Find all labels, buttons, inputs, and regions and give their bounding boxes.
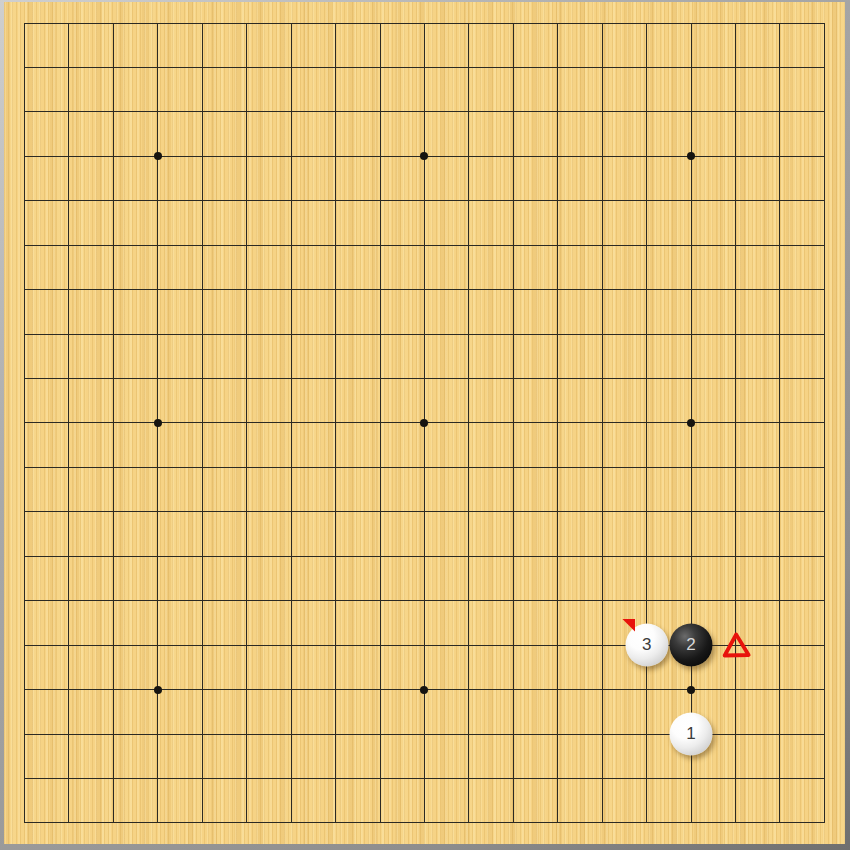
intersection[interactable]: [269, 445, 313, 489]
intersection[interactable]: [91, 401, 135, 445]
intersection[interactable]: [447, 445, 491, 489]
intersection[interactable]: [91, 667, 135, 711]
intersection[interactable]: [536, 712, 580, 756]
intersection[interactable]: [491, 490, 535, 534]
intersection[interactable]: [313, 578, 357, 622]
intersection[interactable]: [669, 667, 713, 711]
intersection[interactable]: [2, 490, 46, 534]
intersection[interactable]: [802, 45, 846, 89]
intersection[interactable]: [669, 1, 713, 45]
intersection[interactable]: [491, 90, 535, 134]
intersection[interactable]: [491, 623, 535, 667]
intersection[interactable]: [47, 490, 91, 534]
intersection[interactable]: [758, 134, 802, 178]
intersection[interactable]: [580, 312, 624, 356]
intersection[interactable]: [713, 267, 757, 311]
intersection[interactable]: [447, 223, 491, 267]
intersection[interactable]: [536, 623, 580, 667]
intersection[interactable]: [136, 45, 180, 89]
intersection[interactable]: [269, 623, 313, 667]
intersection[interactable]: [491, 712, 535, 756]
intersection[interactable]: [669, 756, 713, 800]
intersection[interactable]: [624, 445, 668, 489]
intersection[interactable]: [136, 445, 180, 489]
intersection[interactable]: [2, 223, 46, 267]
intersection[interactable]: [91, 578, 135, 622]
intersection[interactable]: [669, 267, 713, 311]
intersection[interactable]: [358, 401, 402, 445]
intersection[interactable]: [402, 1, 446, 45]
intersection[interactable]: [136, 223, 180, 267]
intersection[interactable]: [47, 267, 91, 311]
intersection[interactable]: [802, 312, 846, 356]
intersection[interactable]: [536, 356, 580, 400]
intersection[interactable]: [313, 445, 357, 489]
intersection[interactable]: [447, 667, 491, 711]
intersection[interactable]: [624, 578, 668, 622]
intersection[interactable]: [402, 223, 446, 267]
intersection[interactable]: [402, 90, 446, 134]
intersection[interactable]: [491, 445, 535, 489]
intersection[interactable]: [358, 312, 402, 356]
intersection[interactable]: [758, 490, 802, 534]
intersection[interactable]: [313, 134, 357, 178]
intersection[interactable]: [2, 667, 46, 711]
intersection[interactable]: [313, 223, 357, 267]
intersection[interactable]: [536, 90, 580, 134]
intersection[interactable]: [713, 578, 757, 622]
intersection[interactable]: [802, 356, 846, 400]
intersection[interactable]: [758, 623, 802, 667]
intersection[interactable]: [713, 667, 757, 711]
intersection[interactable]: [802, 267, 846, 311]
intersection[interactable]: [580, 223, 624, 267]
intersection[interactable]: [313, 179, 357, 223]
intersection[interactable]: [47, 756, 91, 800]
intersection[interactable]: [402, 267, 446, 311]
intersection[interactable]: [758, 45, 802, 89]
intersection[interactable]: [224, 90, 268, 134]
intersection[interactable]: [47, 134, 91, 178]
intersection[interactable]: [269, 45, 313, 89]
intersection[interactable]: [491, 356, 535, 400]
intersection[interactable]: [180, 490, 224, 534]
intersection[interactable]: [447, 179, 491, 223]
intersection[interactable]: [802, 623, 846, 667]
intersection[interactable]: [224, 356, 268, 400]
intersection[interactable]: [713, 534, 757, 578]
intersection[interactable]: [536, 534, 580, 578]
intersection[interactable]: [402, 312, 446, 356]
intersection[interactable]: [580, 712, 624, 756]
intersection[interactable]: [580, 445, 624, 489]
intersection[interactable]: [224, 801, 268, 845]
intersection[interactable]: [802, 401, 846, 445]
intersection[interactable]: [91, 90, 135, 134]
intersection[interactable]: [180, 801, 224, 845]
intersection[interactable]: [269, 490, 313, 534]
intersection[interactable]: [47, 534, 91, 578]
intersection[interactable]: [47, 223, 91, 267]
intersection[interactable]: [313, 1, 357, 45]
intersection[interactable]: [224, 1, 268, 45]
intersection[interactable]: [47, 401, 91, 445]
intersection[interactable]: [447, 534, 491, 578]
intersection[interactable]: [802, 90, 846, 134]
intersection[interactable]: [491, 179, 535, 223]
intersection[interactable]: [180, 134, 224, 178]
intersection[interactable]: [491, 134, 535, 178]
intersection[interactable]: [224, 312, 268, 356]
intersection[interactable]: [180, 312, 224, 356]
intersection[interactable]: [136, 90, 180, 134]
intersection[interactable]: [91, 134, 135, 178]
intersection[interactable]: [669, 90, 713, 134]
intersection[interactable]: [624, 401, 668, 445]
intersection[interactable]: [447, 712, 491, 756]
intersection[interactable]: [2, 712, 46, 756]
intersection[interactable]: [669, 134, 713, 178]
intersection[interactable]: [447, 45, 491, 89]
intersection[interactable]: [447, 490, 491, 534]
intersection[interactable]: [491, 578, 535, 622]
intersection[interactable]: [224, 179, 268, 223]
intersection[interactable]: [802, 534, 846, 578]
intersection[interactable]: [669, 223, 713, 267]
intersection[interactable]: [536, 445, 580, 489]
intersection[interactable]: [758, 1, 802, 45]
intersection[interactable]: [2, 356, 46, 400]
intersection[interactable]: [713, 801, 757, 845]
intersection[interactable]: [758, 712, 802, 756]
intersection[interactable]: [136, 179, 180, 223]
intersection[interactable]: [2, 623, 46, 667]
intersection[interactable]: [447, 756, 491, 800]
intersection[interactable]: [669, 356, 713, 400]
intersection[interactable]: [536, 667, 580, 711]
intersection[interactable]: [669, 578, 713, 622]
intersection[interactable]: [47, 45, 91, 89]
intersection[interactable]: [2, 45, 46, 89]
intersection[interactable]: [447, 801, 491, 845]
intersection[interactable]: 3: [624, 623, 668, 667]
intersection[interactable]: [624, 667, 668, 711]
intersection[interactable]: [713, 712, 757, 756]
intersection[interactable]: [180, 756, 224, 800]
intersection[interactable]: [447, 356, 491, 400]
intersection[interactable]: [713, 490, 757, 534]
intersection[interactable]: [758, 90, 802, 134]
intersection[interactable]: [136, 134, 180, 178]
intersection[interactable]: [47, 578, 91, 622]
intersection[interactable]: [313, 90, 357, 134]
intersection[interactable]: [224, 534, 268, 578]
intersection[interactable]: [269, 578, 313, 622]
intersection[interactable]: [269, 267, 313, 311]
intersection[interactable]: [358, 134, 402, 178]
intersection[interactable]: [758, 667, 802, 711]
intersection[interactable]: [358, 179, 402, 223]
intersection[interactable]: [536, 1, 580, 45]
intersection[interactable]: [536, 801, 580, 845]
intersection[interactable]: [624, 267, 668, 311]
intersection[interactable]: [224, 623, 268, 667]
intersection[interactable]: [624, 90, 668, 134]
intersection[interactable]: [91, 490, 135, 534]
intersection[interactable]: [358, 90, 402, 134]
intersection[interactable]: [313, 45, 357, 89]
intersection[interactable]: [758, 267, 802, 311]
intersection[interactable]: [447, 90, 491, 134]
intersection[interactable]: [136, 667, 180, 711]
intersection[interactable]: [136, 1, 180, 45]
intersection[interactable]: [47, 623, 91, 667]
intersection[interactable]: [402, 179, 446, 223]
intersection[interactable]: [713, 756, 757, 800]
intersection[interactable]: [536, 490, 580, 534]
intersection[interactable]: [580, 90, 624, 134]
intersection[interactable]: [624, 756, 668, 800]
intersection[interactable]: [758, 312, 802, 356]
intersection[interactable]: [758, 756, 802, 800]
intersection[interactable]: [47, 90, 91, 134]
intersection[interactable]: [47, 712, 91, 756]
intersection[interactable]: [2, 90, 46, 134]
intersection[interactable]: [580, 756, 624, 800]
intersection[interactable]: [313, 312, 357, 356]
intersection[interactable]: [269, 756, 313, 800]
intersection[interactable]: [491, 1, 535, 45]
intersection[interactable]: [580, 801, 624, 845]
intersection[interactable]: [91, 445, 135, 489]
intersection[interactable]: [580, 356, 624, 400]
intersection[interactable]: [47, 1, 91, 45]
intersection[interactable]: [758, 801, 802, 845]
intersection[interactable]: [91, 267, 135, 311]
intersection[interactable]: [713, 356, 757, 400]
intersection[interactable]: [313, 756, 357, 800]
intersection[interactable]: [358, 534, 402, 578]
intersection[interactable]: [136, 490, 180, 534]
intersection[interactable]: [624, 179, 668, 223]
intersection[interactable]: [47, 667, 91, 711]
intersection[interactable]: [713, 1, 757, 45]
intersection[interactable]: [713, 179, 757, 223]
intersection[interactable]: [269, 801, 313, 845]
intersection[interactable]: [136, 267, 180, 311]
intersection[interactable]: [269, 712, 313, 756]
intersection[interactable]: [758, 223, 802, 267]
intersection[interactable]: [224, 445, 268, 489]
intersection[interactable]: [580, 578, 624, 622]
intersection[interactable]: [802, 578, 846, 622]
intersection[interactable]: [91, 312, 135, 356]
intersection[interactable]: [802, 223, 846, 267]
intersection[interactable]: [402, 801, 446, 845]
intersection[interactable]: [802, 801, 846, 845]
intersection[interactable]: [580, 45, 624, 89]
intersection[interactable]: [447, 134, 491, 178]
intersection[interactable]: [47, 179, 91, 223]
intersection[interactable]: [224, 401, 268, 445]
intersection[interactable]: [2, 801, 46, 845]
intersection[interactable]: [136, 712, 180, 756]
intersection[interactable]: [669, 179, 713, 223]
intersection[interactable]: [802, 1, 846, 45]
intersection[interactable]: [758, 179, 802, 223]
intersection[interactable]: [2, 578, 46, 622]
intersection[interactable]: [313, 712, 357, 756]
intersection[interactable]: [624, 801, 668, 845]
intersection[interactable]: [536, 223, 580, 267]
intersection[interactable]: [491, 667, 535, 711]
intersection[interactable]: [402, 534, 446, 578]
intersection[interactable]: [580, 134, 624, 178]
intersection[interactable]: [713, 90, 757, 134]
intersection[interactable]: [758, 356, 802, 400]
intersection[interactable]: [180, 223, 224, 267]
intersection[interactable]: [447, 401, 491, 445]
intersection[interactable]: [91, 1, 135, 45]
intersection[interactable]: [224, 267, 268, 311]
intersection[interactable]: [624, 712, 668, 756]
intersection[interactable]: [802, 445, 846, 489]
intersection[interactable]: [47, 801, 91, 845]
intersection[interactable]: 2: [669, 623, 713, 667]
intersection[interactable]: [669, 312, 713, 356]
intersection[interactable]: [136, 356, 180, 400]
intersection[interactable]: [447, 312, 491, 356]
intersection[interactable]: [624, 490, 668, 534]
intersection[interactable]: [402, 712, 446, 756]
intersection[interactable]: [91, 801, 135, 845]
intersection[interactable]: [358, 45, 402, 89]
intersection[interactable]: [580, 667, 624, 711]
intersection[interactable]: [136, 534, 180, 578]
intersection[interactable]: [491, 801, 535, 845]
intersection[interactable]: [713, 445, 757, 489]
intersection[interactable]: [402, 490, 446, 534]
intersection[interactable]: [91, 756, 135, 800]
intersection[interactable]: [447, 267, 491, 311]
intersection[interactable]: [447, 1, 491, 45]
intersection[interactable]: [358, 490, 402, 534]
intersection[interactable]: [224, 490, 268, 534]
intersection[interactable]: [91, 356, 135, 400]
intersection[interactable]: [758, 401, 802, 445]
intersection[interactable]: [802, 667, 846, 711]
intersection[interactable]: [802, 179, 846, 223]
intersection[interactable]: [91, 712, 135, 756]
intersection[interactable]: [269, 223, 313, 267]
intersection[interactable]: [402, 756, 446, 800]
intersection[interactable]: [447, 623, 491, 667]
intersection[interactable]: [536, 578, 580, 622]
intersection[interactable]: [91, 623, 135, 667]
intersection[interactable]: [313, 801, 357, 845]
intersection[interactable]: [536, 45, 580, 89]
intersection[interactable]: [136, 401, 180, 445]
intersection[interactable]: [713, 401, 757, 445]
intersection[interactable]: [2, 445, 46, 489]
intersection[interactable]: [713, 223, 757, 267]
intersection[interactable]: [224, 712, 268, 756]
intersection[interactable]: [713, 312, 757, 356]
intersection[interactable]: [580, 267, 624, 311]
intersection[interactable]: [91, 179, 135, 223]
intersection[interactable]: [802, 134, 846, 178]
intersection[interactable]: [358, 356, 402, 400]
intersection[interactable]: [180, 356, 224, 400]
intersection[interactable]: [2, 267, 46, 311]
intersection[interactable]: [269, 312, 313, 356]
intersection[interactable]: [313, 356, 357, 400]
intersection[interactable]: [402, 623, 446, 667]
intersection[interactable]: [180, 267, 224, 311]
intersection[interactable]: [136, 623, 180, 667]
intersection[interactable]: [713, 623, 757, 667]
intersection[interactable]: [269, 534, 313, 578]
intersection[interactable]: [2, 401, 46, 445]
intersection[interactable]: [491, 756, 535, 800]
intersection[interactable]: [624, 1, 668, 45]
intersection[interactable]: 1: [669, 712, 713, 756]
intersection[interactable]: [669, 534, 713, 578]
intersection[interactable]: [47, 356, 91, 400]
intersection[interactable]: [269, 401, 313, 445]
intersection[interactable]: [758, 534, 802, 578]
intersection[interactable]: [136, 801, 180, 845]
intersection[interactable]: [447, 578, 491, 622]
intersection[interactable]: [713, 134, 757, 178]
intersection[interactable]: [358, 1, 402, 45]
intersection[interactable]: [224, 134, 268, 178]
intersection[interactable]: [669, 445, 713, 489]
intersection[interactable]: [402, 667, 446, 711]
intersection[interactable]: [624, 45, 668, 89]
intersection[interactable]: [669, 490, 713, 534]
intersection[interactable]: [491, 223, 535, 267]
intersection[interactable]: [2, 179, 46, 223]
intersection[interactable]: [180, 667, 224, 711]
intersection[interactable]: [580, 490, 624, 534]
intersection[interactable]: [402, 134, 446, 178]
intersection[interactable]: [358, 801, 402, 845]
intersection[interactable]: [224, 756, 268, 800]
intersection[interactable]: [669, 45, 713, 89]
intersection[interactable]: [180, 445, 224, 489]
intersection[interactable]: [180, 712, 224, 756]
intersection[interactable]: [402, 45, 446, 89]
intersection[interactable]: [536, 134, 580, 178]
intersection[interactable]: [802, 756, 846, 800]
intersection[interactable]: [358, 445, 402, 489]
intersection[interactable]: [313, 401, 357, 445]
intersection[interactable]: [313, 623, 357, 667]
intersection[interactable]: [313, 267, 357, 311]
intersection[interactable]: [136, 756, 180, 800]
intersection[interactable]: [91, 534, 135, 578]
intersection[interactable]: [224, 223, 268, 267]
intersection[interactable]: [180, 179, 224, 223]
intersection[interactable]: [536, 267, 580, 311]
intersection[interactable]: [2, 1, 46, 45]
intersection[interactable]: [313, 667, 357, 711]
intersection[interactable]: [358, 578, 402, 622]
intersection[interactable]: [802, 490, 846, 534]
intersection[interactable]: [802, 712, 846, 756]
intersection[interactable]: [624, 356, 668, 400]
